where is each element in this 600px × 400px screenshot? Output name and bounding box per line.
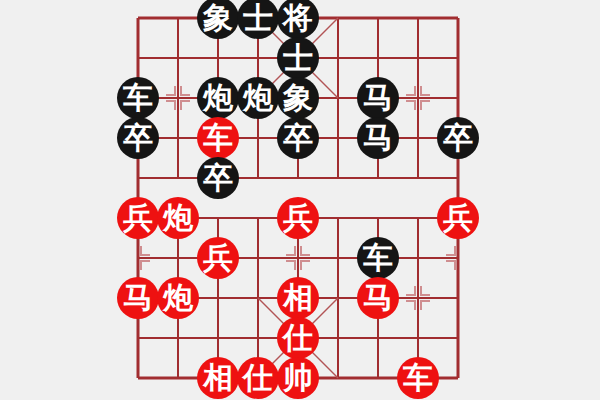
red-chariot[interactable]: 车	[197, 117, 239, 159]
black-advisor[interactable]: 士	[237, 0, 279, 39]
black-horse[interactable]: 马	[357, 77, 399, 119]
red-soldier[interactable]: 兵	[117, 197, 159, 239]
point-marker	[126, 246, 150, 270]
red-soldier[interactable]: 兵	[277, 197, 319, 239]
point-marker	[286, 246, 310, 270]
black-elephant[interactable]: 象	[197, 0, 239, 39]
point-marker	[406, 286, 430, 310]
red-elephant[interactable]: 相	[197, 357, 239, 399]
red-soldier[interactable]: 兵	[197, 237, 239, 279]
red-cannon[interactable]: 炮	[157, 277, 199, 319]
red-horse[interactable]: 马	[357, 277, 399, 319]
xiangqi-board: 象士将士车炮炮象马卒车卒马卒卒兵炮兵兵兵车马炮相马仕相仕帅车	[118, 0, 478, 398]
black-chariot[interactable]: 车	[357, 237, 399, 279]
black-advisor[interactable]: 士	[277, 37, 319, 79]
black-horse[interactable]: 马	[357, 117, 399, 159]
red-soldier[interactable]: 兵	[437, 197, 479, 239]
black-soldier[interactable]: 卒	[197, 157, 239, 199]
point-marker	[166, 86, 190, 110]
black-soldier[interactable]: 卒	[277, 117, 319, 159]
red-chariot[interactable]: 车	[397, 357, 439, 399]
black-general[interactable]: 将	[277, 0, 319, 39]
black-cannon[interactable]: 炮	[237, 77, 279, 119]
xiangqi-app-screen: 象士将士车炮炮象马卒车卒马卒卒兵炮兵兵兵车马炮相马仕相仕帅车	[0, 0, 600, 400]
black-elephant[interactable]: 象	[277, 77, 319, 119]
black-chariot[interactable]: 车	[117, 77, 159, 119]
black-soldier[interactable]: 卒	[117, 117, 159, 159]
red-advisor[interactable]: 仕	[237, 357, 279, 399]
red-general[interactable]: 帅	[277, 357, 319, 399]
point-marker	[406, 86, 430, 110]
black-cannon[interactable]: 炮	[197, 77, 239, 119]
point-marker	[446, 246, 470, 270]
red-horse[interactable]: 马	[117, 277, 159, 319]
black-soldier[interactable]: 卒	[437, 117, 479, 159]
red-elephant[interactable]: 相	[277, 277, 319, 319]
red-advisor[interactable]: 仕	[277, 317, 319, 359]
red-cannon[interactable]: 炮	[157, 197, 199, 239]
